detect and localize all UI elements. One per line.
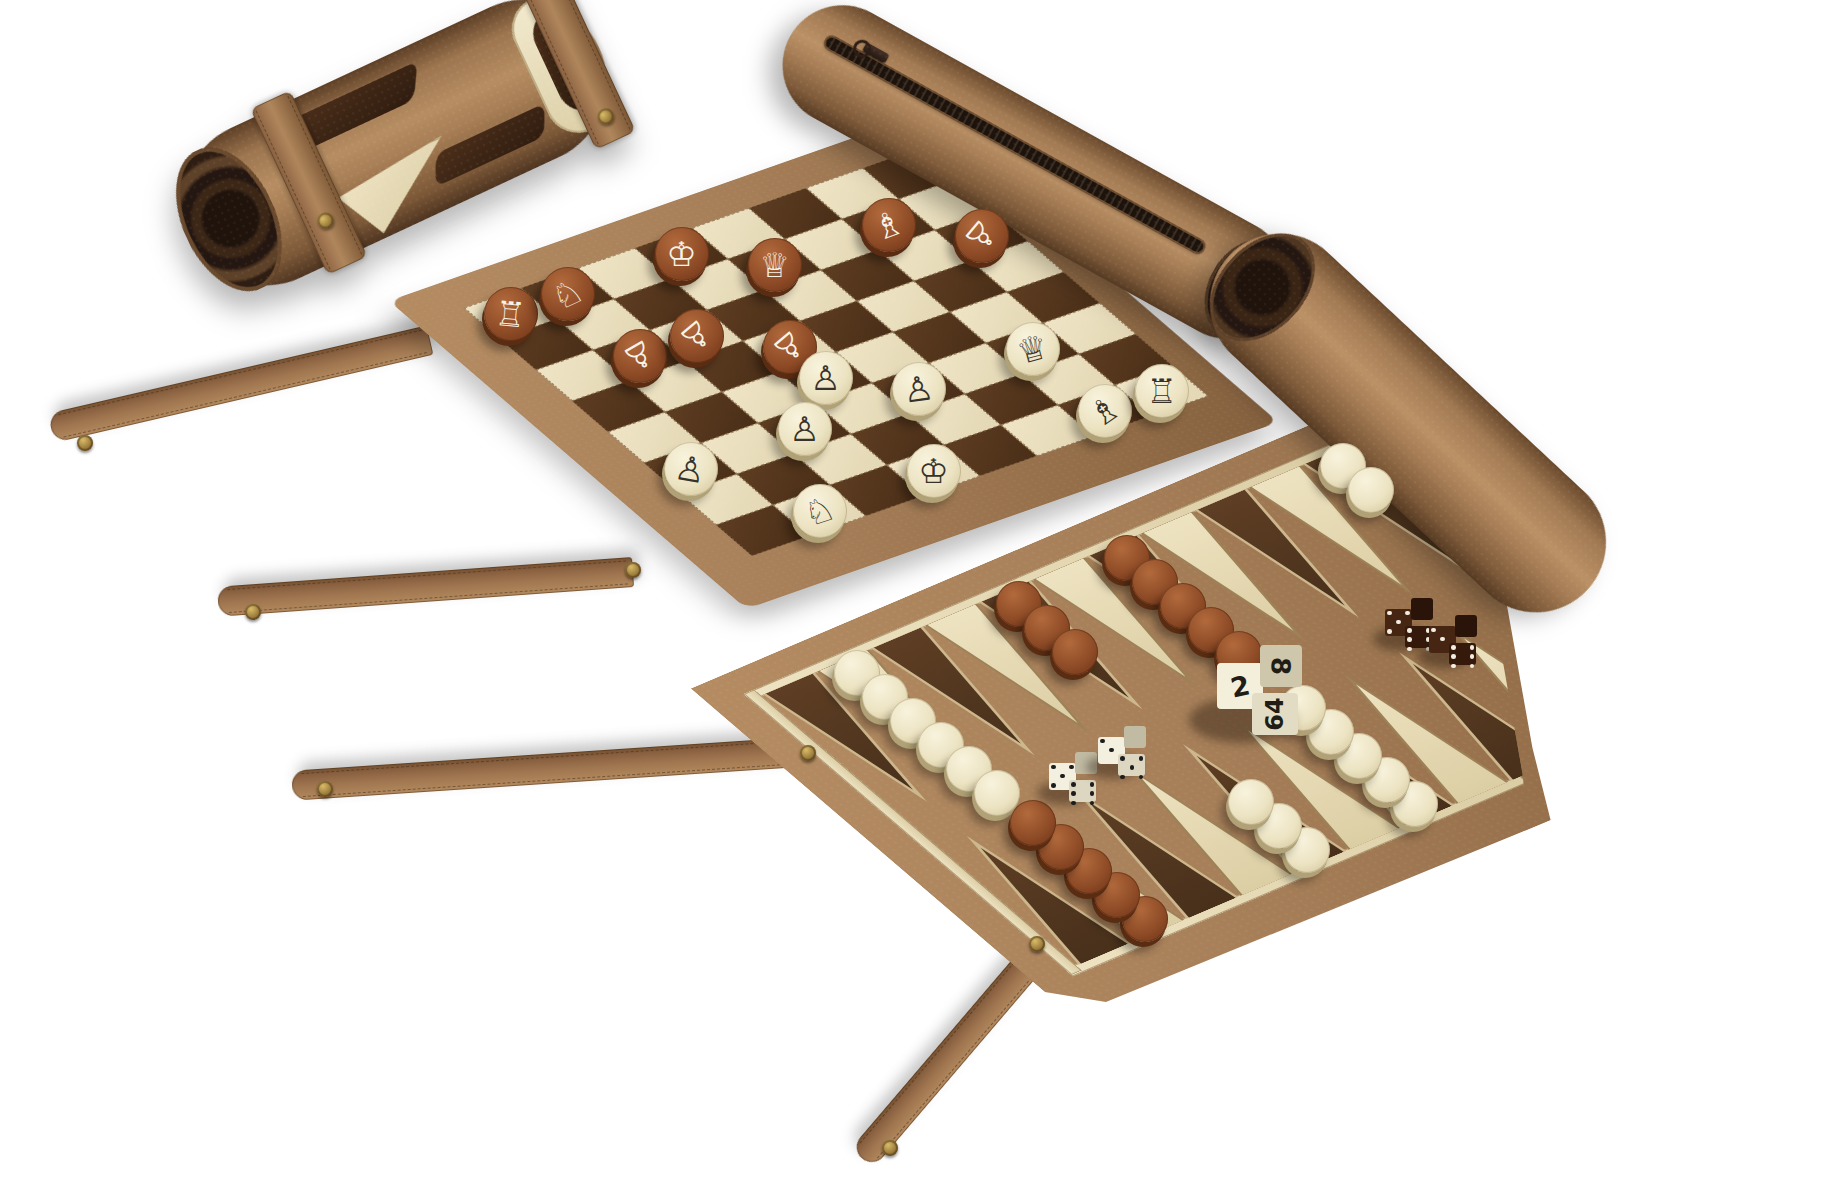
checker-cream xyxy=(974,770,1020,816)
die-pip xyxy=(1071,801,1076,806)
chess-piece-glyph-P: ♙ xyxy=(789,412,819,446)
snap-button xyxy=(1029,936,1045,952)
chess-piece-glyph-P: ♙ xyxy=(673,449,709,488)
die-front-face xyxy=(1069,780,1096,802)
chess-piece-brown-B: ♗ xyxy=(862,198,916,252)
chess-piece-cream-K: ♔ xyxy=(907,444,961,498)
die-pip xyxy=(1451,664,1456,669)
die-pip xyxy=(1100,739,1105,744)
die-pip xyxy=(1130,765,1135,770)
chess-piece-glyph-K: ♔ xyxy=(918,454,948,488)
chess-piece-brown-R: ♖ xyxy=(484,287,538,341)
die-pip xyxy=(1071,791,1076,796)
chess-piece-cream-N: ♘ xyxy=(793,484,847,538)
die-pip xyxy=(1407,637,1412,642)
chess-piece-glyph-P: ♙ xyxy=(618,333,661,378)
snap-button xyxy=(625,562,641,578)
die-pip xyxy=(1451,645,1456,650)
chess-piece-brown-N: ♘ xyxy=(541,267,595,321)
chess-piece-glyph-Q: ♕ xyxy=(1013,328,1051,369)
chess-piece-glyph-P: ♙ xyxy=(810,361,840,395)
die-pip xyxy=(1470,645,1475,650)
chess-piece-glyph-K: ♔ xyxy=(666,237,696,271)
chess-piece-glyph-Q: ♕ xyxy=(759,248,789,282)
chess-piece-brown-K: ♔ xyxy=(655,227,709,281)
chess-piece-glyph-P: ♙ xyxy=(959,213,1005,258)
doubling-cube-number: 8 xyxy=(1259,644,1302,687)
die-pip xyxy=(1120,756,1125,761)
chess-piece-glyph-N: ♘ xyxy=(546,272,588,316)
die-side-face xyxy=(1411,598,1433,620)
die-pip xyxy=(1440,637,1445,642)
die-pip xyxy=(1405,611,1410,616)
strap-backgammon-left xyxy=(291,737,801,801)
die-pip xyxy=(1407,628,1412,633)
die-pip xyxy=(1090,782,1095,787)
die-pip xyxy=(1060,774,1065,779)
chess-piece-cream-R: ♖ xyxy=(1135,364,1189,418)
chess-piece-cream-Q: ♕ xyxy=(1006,322,1060,376)
chess-piece-cream-B: ♗ xyxy=(1078,384,1132,438)
die-front-face xyxy=(1449,643,1476,665)
chess-piece-cream-P: ♙ xyxy=(892,362,946,416)
chess-piece-brown-P: ♙ xyxy=(955,209,1009,263)
die-pip xyxy=(1396,620,1401,625)
chess-piece-glyph-P: ♙ xyxy=(674,313,719,359)
chess-piece-glyph-P: ♙ xyxy=(901,370,936,408)
die-pip xyxy=(1051,765,1056,770)
die-pip xyxy=(1071,782,1076,787)
doubling-cube-number: 64 xyxy=(1254,691,1296,737)
doubling-cube-left-face: 64 xyxy=(1252,693,1298,735)
die-pip xyxy=(1109,748,1114,753)
snap-button xyxy=(317,781,333,797)
dark-leather-accent xyxy=(436,103,545,187)
chess-piece-brown-P: ♙ xyxy=(670,309,724,363)
doubling-cube-right-face: 8 xyxy=(1260,645,1301,687)
die-pip xyxy=(1139,756,1144,761)
strap-chess-bottom xyxy=(217,557,634,617)
strap-backgammon-bottom xyxy=(851,940,1052,1168)
chess-piece-brown-P: ♙ xyxy=(613,329,667,383)
die-pip xyxy=(1387,629,1392,634)
die-pip xyxy=(1431,628,1436,633)
die-side-face xyxy=(1124,726,1146,748)
snap-button xyxy=(245,604,261,620)
checker-cream xyxy=(1228,779,1274,825)
chess-piece-cream-P: ♙ xyxy=(799,351,853,405)
die-pip xyxy=(1051,783,1056,788)
checker-brown xyxy=(1010,800,1056,846)
checker-cream xyxy=(1348,467,1394,513)
die-pip xyxy=(1470,654,1475,659)
chess-piece-cream-P: ♙ xyxy=(778,402,832,456)
checker-brown xyxy=(1052,629,1098,675)
die-pip xyxy=(1069,765,1074,770)
die-pip xyxy=(1387,611,1392,616)
snap-button xyxy=(882,1140,898,1156)
chess-piece-cream-P: ♙ xyxy=(664,442,718,496)
die-pip xyxy=(1407,647,1412,652)
die-pip xyxy=(1120,775,1125,780)
die-pip xyxy=(1090,791,1095,796)
die-side-face xyxy=(1455,615,1477,637)
die-pip xyxy=(1451,654,1456,659)
chess-piece-glyph-B: ♗ xyxy=(868,203,908,245)
snap-button xyxy=(800,745,816,761)
chess-piece-glyph-B: ♗ xyxy=(1082,388,1126,433)
cream-edge-binding xyxy=(1065,775,1528,976)
chess-piece-glyph-N: ♘ xyxy=(800,490,839,532)
product-photo: ♖♘♔♕♗♙♙♙♙♙♙♙♙♕♘♔♗♖2648 xyxy=(0,0,1835,1200)
snap-button xyxy=(77,435,93,451)
chess-piece-glyph-R: ♖ xyxy=(1146,374,1176,408)
strap-chess-left xyxy=(48,325,434,442)
chess-piece-glyph-R: ♖ xyxy=(494,295,527,332)
die-front-face xyxy=(1118,754,1145,776)
chess-piece-brown-Q: ♕ xyxy=(748,238,802,292)
